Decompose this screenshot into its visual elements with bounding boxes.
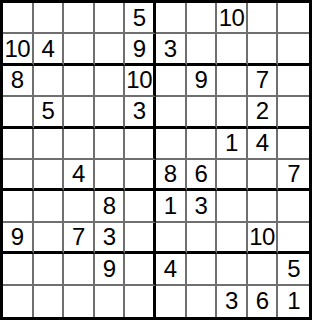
cell-r3c8-empty[interactable] — [217, 66, 248, 97]
cell-r5c3-empty[interactable] — [64, 129, 95, 160]
cell-r6c4-empty[interactable] — [95, 160, 126, 191]
cell-r3c5-given: 10 — [125, 66, 156, 97]
cell-r6c6-given: 8 — [156, 160, 187, 191]
cell-r8c1-given: 9 — [3, 223, 34, 254]
cell-r1c7-empty[interactable] — [187, 3, 218, 34]
cell-r6c10-given: 7 — [278, 160, 309, 191]
cell-r2c10-empty[interactable] — [278, 34, 309, 65]
cell-r10c1-empty[interactable] — [3, 286, 34, 317]
cell-r2c3-empty[interactable] — [64, 34, 95, 65]
cell-r6c7-given: 6 — [187, 160, 218, 191]
cell-r8c7-empty[interactable] — [187, 223, 218, 254]
cell-r7c9-empty[interactable] — [248, 191, 279, 222]
cell-r7c10-empty[interactable] — [278, 191, 309, 222]
cell-r1c3-empty[interactable] — [64, 3, 95, 34]
cell-r10c10-given: 1 — [278, 286, 309, 317]
cell-r8c5-empty[interactable] — [125, 223, 156, 254]
cell-r9c10-given: 5 — [278, 254, 309, 285]
cell-r10c5-empty[interactable] — [125, 286, 156, 317]
cell-r5c7-empty[interactable] — [187, 129, 218, 160]
cell-r2c6-given: 3 — [156, 34, 187, 65]
cell-r9c8-empty[interactable] — [217, 254, 248, 285]
cell-r4c10-empty[interactable] — [278, 97, 309, 128]
cell-r10c8-given: 3 — [217, 286, 248, 317]
cell-r5c5-empty[interactable] — [125, 129, 156, 160]
cell-r5c4-empty[interactable] — [95, 129, 126, 160]
cell-r3c3-empty[interactable] — [64, 66, 95, 97]
cell-r5c1-empty[interactable] — [3, 129, 34, 160]
cell-r9c9-empty[interactable] — [248, 254, 279, 285]
cell-r6c9-empty[interactable] — [248, 160, 279, 191]
cell-r8c9-given: 10 — [248, 223, 279, 254]
cell-r4c8-empty[interactable] — [217, 97, 248, 128]
cell-r10c2-empty[interactable] — [34, 286, 65, 317]
cell-r5c6-empty[interactable] — [156, 129, 187, 160]
cell-r6c1-empty[interactable] — [3, 160, 34, 191]
cell-r2c8-empty[interactable] — [217, 34, 248, 65]
cell-r10c4-empty[interactable] — [95, 286, 126, 317]
cell-r9c6-given: 4 — [156, 254, 187, 285]
cell-r3c10-empty[interactable] — [278, 66, 309, 97]
cell-r3c1-given: 8 — [3, 66, 34, 97]
cell-r3c4-empty[interactable] — [95, 66, 126, 97]
cell-r1c9-empty[interactable] — [248, 3, 279, 34]
cell-r5c10-empty[interactable] — [278, 129, 309, 160]
cell-r1c6-empty[interactable] — [156, 3, 187, 34]
cell-r9c2-empty[interactable] — [34, 254, 65, 285]
cell-r1c5-given: 5 — [125, 3, 156, 34]
cell-r4c6-empty[interactable] — [156, 97, 187, 128]
cell-r2c2-given: 4 — [34, 34, 65, 65]
cell-r6c3-given: 4 — [64, 160, 95, 191]
cell-r10c3-empty[interactable] — [64, 286, 95, 317]
cell-r1c2-empty[interactable] — [34, 3, 65, 34]
cell-r7c5-empty[interactable] — [125, 191, 156, 222]
cell-r4c2-given: 5 — [34, 97, 65, 128]
cell-r5c9-given: 4 — [248, 129, 279, 160]
cell-r10c9-given: 6 — [248, 286, 279, 317]
cell-r7c7-given: 3 — [187, 191, 218, 222]
cell-r7c1-empty[interactable] — [3, 191, 34, 222]
cell-r2c7-empty[interactable] — [187, 34, 218, 65]
cell-r10c6-empty[interactable] — [156, 286, 187, 317]
cell-r7c8-empty[interactable] — [217, 191, 248, 222]
cell-r8c3-given: 7 — [64, 223, 95, 254]
cell-r4c5-given: 3 — [125, 97, 156, 128]
cell-r1c8-given: 10 — [217, 3, 248, 34]
cell-r5c8-given: 1 — [217, 129, 248, 160]
cell-r9c7-empty[interactable] — [187, 254, 218, 285]
cell-r4c9-given: 2 — [248, 97, 279, 128]
cell-r4c4-empty[interactable] — [95, 97, 126, 128]
sudoku-board: 510104938109753214486781397310945361 — [0, 0, 312, 320]
cell-r1c10-empty[interactable] — [278, 3, 309, 34]
cell-r7c2-empty[interactable] — [34, 191, 65, 222]
cell-r2c4-empty[interactable] — [95, 34, 126, 65]
cell-r9c1-empty[interactable] — [3, 254, 34, 285]
cell-r7c3-empty[interactable] — [64, 191, 95, 222]
cell-r9c3-empty[interactable] — [64, 254, 95, 285]
cell-r4c3-empty[interactable] — [64, 97, 95, 128]
cell-r1c4-empty[interactable] — [95, 3, 126, 34]
cell-r3c9-given: 7 — [248, 66, 279, 97]
cell-r1c1-empty[interactable] — [3, 3, 34, 34]
cell-r10c7-empty[interactable] — [187, 286, 218, 317]
cell-r7c4-given: 8 — [95, 191, 126, 222]
cell-r2c1-given: 10 — [3, 34, 34, 65]
cell-r8c4-given: 3 — [95, 223, 126, 254]
cell-r6c8-empty[interactable] — [217, 160, 248, 191]
cell-r2c5-given: 9 — [125, 34, 156, 65]
cell-r8c8-empty[interactable] — [217, 223, 248, 254]
cell-r8c6-empty[interactable] — [156, 223, 187, 254]
cell-r3c7-given: 9 — [187, 66, 218, 97]
cell-r7c6-given: 1 — [156, 191, 187, 222]
cell-r8c2-empty[interactable] — [34, 223, 65, 254]
cell-r6c5-empty[interactable] — [125, 160, 156, 191]
cell-r6c2-empty[interactable] — [34, 160, 65, 191]
cell-r9c5-empty[interactable] — [125, 254, 156, 285]
cell-r3c2-empty[interactable] — [34, 66, 65, 97]
cell-r3c6-empty[interactable] — [156, 66, 187, 97]
cell-r4c7-empty[interactable] — [187, 97, 218, 128]
cell-r2c9-empty[interactable] — [248, 34, 279, 65]
cell-r9c4-given: 9 — [95, 254, 126, 285]
cell-r4c1-empty[interactable] — [3, 97, 34, 128]
cell-r5c2-empty[interactable] — [34, 129, 65, 160]
cell-r8c10-empty[interactable] — [278, 223, 309, 254]
